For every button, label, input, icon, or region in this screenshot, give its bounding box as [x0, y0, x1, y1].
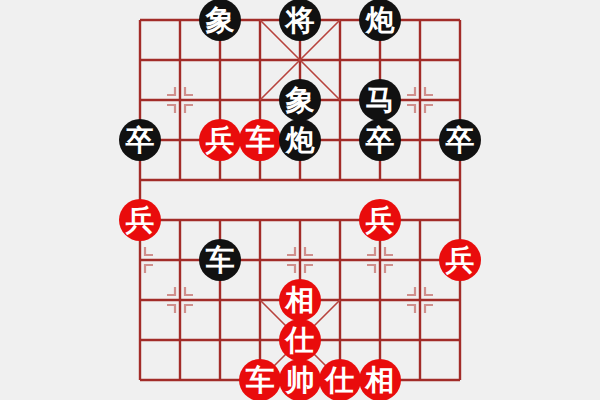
black-soldier[interactable]: 卒 — [119, 119, 161, 161]
red-chariot[interactable]: 车 — [239, 119, 281, 161]
xiangqi-board: 象将炮象马卒兵车炮卒卒兵兵车兵相仕车帅仕相 — [0, 0, 600, 400]
red-soldier[interactable]: 兵 — [199, 119, 241, 161]
black-chariot[interactable]: 车 — [199, 239, 241, 281]
red-elephant[interactable]: 相 — [279, 279, 321, 321]
black-cannon[interactable]: 炮 — [359, 0, 401, 41]
red-king[interactable]: 帅 — [279, 359, 321, 400]
black-elephant[interactable]: 象 — [279, 79, 321, 121]
red-soldier[interactable]: 兵 — [359, 199, 401, 241]
red-advisor[interactable]: 仕 — [319, 359, 361, 400]
black-cannon[interactable]: 炮 — [279, 119, 321, 161]
pieces-layer: 象将炮象马卒兵车炮卒卒兵兵车兵相仕车帅仕相 — [120, 0, 480, 400]
red-chariot[interactable]: 车 — [239, 359, 281, 400]
black-soldier[interactable]: 卒 — [439, 119, 481, 161]
red-soldier[interactable]: 兵 — [439, 239, 481, 281]
red-advisor[interactable]: 仕 — [279, 319, 321, 361]
black-soldier[interactable]: 卒 — [359, 119, 401, 161]
red-elephant[interactable]: 相 — [359, 359, 401, 400]
red-soldier[interactable]: 兵 — [119, 199, 161, 241]
black-horse[interactable]: 马 — [359, 79, 401, 121]
black-general[interactable]: 将 — [279, 0, 321, 41]
black-elephant[interactable]: 象 — [199, 0, 241, 41]
